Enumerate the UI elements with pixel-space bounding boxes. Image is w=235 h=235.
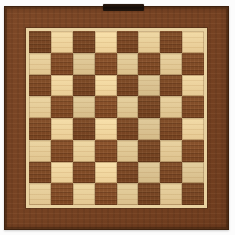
square-r8-c1[interactable] bbox=[29, 183, 51, 205]
square-r7-c8[interactable] bbox=[182, 162, 204, 184]
square-r5-c4[interactable] bbox=[95, 118, 117, 140]
square-r8-c6[interactable] bbox=[138, 183, 160, 205]
square-r6-c1[interactable] bbox=[29, 140, 51, 162]
square-r7-c1[interactable] bbox=[29, 162, 51, 184]
square-r3-c7[interactable] bbox=[160, 75, 182, 97]
square-r7-c2[interactable] bbox=[51, 162, 73, 184]
square-r2-c6[interactable] bbox=[138, 53, 160, 75]
square-r2-c8[interactable] bbox=[182, 53, 204, 75]
square-r8-c8[interactable] bbox=[182, 183, 204, 205]
square-r6-c3[interactable] bbox=[73, 140, 95, 162]
square-r2-c1[interactable] bbox=[29, 53, 51, 75]
square-r1-c7[interactable] bbox=[160, 31, 182, 53]
square-r3-c2[interactable] bbox=[51, 75, 73, 97]
square-r4-c3[interactable] bbox=[73, 96, 95, 118]
chess-board-frame bbox=[4, 6, 229, 230]
square-r4-c5[interactable] bbox=[117, 96, 139, 118]
product-photo-background bbox=[0, 0, 235, 235]
square-r3-c8[interactable] bbox=[182, 75, 204, 97]
square-r6-c8[interactable] bbox=[182, 140, 204, 162]
square-r5-c2[interactable] bbox=[51, 118, 73, 140]
square-r8-c2[interactable] bbox=[51, 183, 73, 205]
square-r4-c7[interactable] bbox=[160, 96, 182, 118]
square-r3-c4[interactable] bbox=[95, 75, 117, 97]
square-r3-c5[interactable] bbox=[117, 75, 139, 97]
square-r1-c5[interactable] bbox=[117, 31, 139, 53]
square-r3-c3[interactable] bbox=[73, 75, 95, 97]
square-r6-c5[interactable] bbox=[117, 140, 139, 162]
board-inlay-border bbox=[26, 28, 207, 208]
square-r1-c4[interactable] bbox=[95, 31, 117, 53]
square-r6-c7[interactable] bbox=[160, 140, 182, 162]
square-r8-c7[interactable] bbox=[160, 183, 182, 205]
nameplate-plaque bbox=[103, 4, 144, 11]
square-r7-c3[interactable] bbox=[73, 162, 95, 184]
square-r8-c3[interactable] bbox=[73, 183, 95, 205]
square-r1-c6[interactable] bbox=[138, 31, 160, 53]
square-r4-c6[interactable] bbox=[138, 96, 160, 118]
board-grid bbox=[29, 31, 204, 205]
square-r1-c2[interactable] bbox=[51, 31, 73, 53]
square-r8-c5[interactable] bbox=[117, 183, 139, 205]
square-r3-c1[interactable] bbox=[29, 75, 51, 97]
square-r5-c3[interactable] bbox=[73, 118, 95, 140]
square-r7-c5[interactable] bbox=[117, 162, 139, 184]
square-r8-c4[interactable] bbox=[95, 183, 117, 205]
square-r2-c2[interactable] bbox=[51, 53, 73, 75]
square-r1-c3[interactable] bbox=[73, 31, 95, 53]
square-r4-c4[interactable] bbox=[95, 96, 117, 118]
square-r6-c4[interactable] bbox=[95, 140, 117, 162]
square-r2-c5[interactable] bbox=[117, 53, 139, 75]
square-r2-c7[interactable] bbox=[160, 53, 182, 75]
square-r5-c8[interactable] bbox=[182, 118, 204, 140]
square-r1-c1[interactable] bbox=[29, 31, 51, 53]
square-r6-c6[interactable] bbox=[138, 140, 160, 162]
square-r7-c6[interactable] bbox=[138, 162, 160, 184]
square-r5-c7[interactable] bbox=[160, 118, 182, 140]
square-r4-c8[interactable] bbox=[182, 96, 204, 118]
square-r5-c1[interactable] bbox=[29, 118, 51, 140]
square-r7-c7[interactable] bbox=[160, 162, 182, 184]
square-r4-c1[interactable] bbox=[29, 96, 51, 118]
square-r3-c6[interactable] bbox=[138, 75, 160, 97]
square-r2-c3[interactable] bbox=[73, 53, 95, 75]
square-r5-c6[interactable] bbox=[138, 118, 160, 140]
square-r2-c4[interactable] bbox=[95, 53, 117, 75]
square-r7-c4[interactable] bbox=[95, 162, 117, 184]
square-r4-c2[interactable] bbox=[51, 96, 73, 118]
square-r5-c5[interactable] bbox=[117, 118, 139, 140]
square-r6-c2[interactable] bbox=[51, 140, 73, 162]
square-r1-c8[interactable] bbox=[182, 31, 204, 53]
